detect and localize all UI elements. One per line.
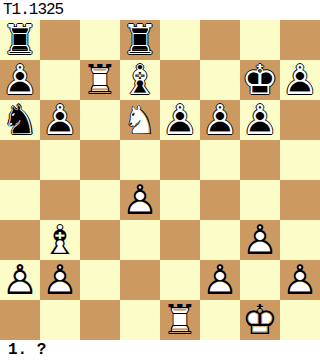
black-pawn-outline-glyph: ♙ <box>200 100 240 140</box>
square-d8[interactable]: ♜♖ <box>120 20 160 60</box>
black-rook-outline-glyph: ♖ <box>120 20 160 60</box>
piece-black-pawn[interactable]: ♟♙ <box>160 100 200 140</box>
white-pawn-outline-glyph: ♙ <box>240 220 280 260</box>
square-e3[interactable] <box>160 220 200 260</box>
square-f7[interactable] <box>200 60 240 100</box>
square-b4[interactable] <box>40 180 80 220</box>
piece-black-pawn[interactable]: ♟♙ <box>280 60 320 100</box>
piece-black-pawn[interactable]: ♟♙ <box>0 60 40 100</box>
piece-black-pawn[interactable]: ♟♙ <box>40 100 80 140</box>
white-bishop-outline-glyph: ♗ <box>40 220 80 260</box>
square-a2[interactable]: ♟♙ <box>0 260 40 300</box>
piece-black-knight[interactable]: ♞♘ <box>0 100 40 140</box>
square-g1[interactable]: ♚♔ <box>240 300 280 340</box>
square-h4[interactable] <box>280 180 320 220</box>
piece-white-pawn[interactable]: ♟♙ <box>40 260 80 300</box>
white-king-outline-glyph: ♔ <box>240 300 280 340</box>
square-c7[interactable]: ♜♖ <box>80 60 120 100</box>
square-h1[interactable] <box>280 300 320 340</box>
square-g7[interactable]: ♚♔ <box>240 60 280 100</box>
piece-black-bishop[interactable]: ♝♗ <box>120 60 160 100</box>
piece-white-knight[interactable]: ♞♘ <box>120 100 160 140</box>
square-g5[interactable] <box>240 140 280 180</box>
square-f4[interactable] <box>200 180 240 220</box>
square-a7[interactable]: ♟♙ <box>0 60 40 100</box>
square-a3[interactable] <box>0 220 40 260</box>
white-pawn-outline-glyph: ♙ <box>200 260 240 300</box>
black-pawn-outline-glyph: ♙ <box>0 60 40 100</box>
piece-white-pawn[interactable]: ♟♙ <box>200 260 240 300</box>
white-rook-outline-glyph: ♖ <box>160 300 200 340</box>
square-d2[interactable] <box>120 260 160 300</box>
black-rook-outline-glyph: ♖ <box>0 20 40 60</box>
black-pawn-outline-glyph: ♙ <box>160 100 200 140</box>
piece-black-pawn[interactable]: ♟♙ <box>200 100 240 140</box>
white-rook-outline-glyph: ♖ <box>80 60 120 100</box>
square-g3[interactable]: ♟♙ <box>240 220 280 260</box>
square-c3[interactable] <box>80 220 120 260</box>
square-c1[interactable] <box>80 300 120 340</box>
square-g2[interactable] <box>240 260 280 300</box>
piece-white-pawn[interactable]: ♟♙ <box>280 260 320 300</box>
square-d6[interactable]: ♞♘ <box>120 100 160 140</box>
square-g4[interactable] <box>240 180 280 220</box>
square-c4[interactable] <box>80 180 120 220</box>
square-g8[interactable] <box>240 20 280 60</box>
white-pawn-outline-glyph: ♙ <box>280 260 320 300</box>
piece-white-king[interactable]: ♚♔ <box>240 300 280 340</box>
square-h8[interactable] <box>280 20 320 60</box>
black-bishop-outline-glyph: ♗ <box>120 60 160 100</box>
piece-white-rook[interactable]: ♜♖ <box>160 300 200 340</box>
move-prompt: 1. ? <box>8 341 46 359</box>
square-a8[interactable]: ♜♖ <box>0 20 40 60</box>
black-pawn-outline-glyph: ♙ <box>40 100 80 140</box>
square-e2[interactable] <box>160 260 200 300</box>
square-c8[interactable] <box>80 20 120 60</box>
square-b1[interactable] <box>40 300 80 340</box>
square-f8[interactable] <box>200 20 240 60</box>
square-f5[interactable] <box>200 140 240 180</box>
white-knight-outline-glyph: ♘ <box>120 100 160 140</box>
square-a1[interactable] <box>0 300 40 340</box>
square-h6[interactable] <box>280 100 320 140</box>
piece-white-pawn[interactable]: ♟♙ <box>120 180 160 220</box>
square-e6[interactable]: ♟♙ <box>160 100 200 140</box>
square-d5[interactable] <box>120 140 160 180</box>
square-d7[interactable]: ♝♗ <box>120 60 160 100</box>
square-e8[interactable] <box>160 20 200 60</box>
square-f1[interactable] <box>200 300 240 340</box>
square-b2[interactable]: ♟♙ <box>40 260 80 300</box>
white-pawn-outline-glyph: ♙ <box>120 180 160 220</box>
piece-black-pawn[interactable]: ♟♙ <box>240 100 280 140</box>
square-e4[interactable] <box>160 180 200 220</box>
square-b8[interactable] <box>40 20 80 60</box>
black-pawn-outline-glyph: ♙ <box>280 60 320 100</box>
square-e7[interactable] <box>160 60 200 100</box>
square-a5[interactable] <box>0 140 40 180</box>
square-h7[interactable]: ♟♙ <box>280 60 320 100</box>
square-b6[interactable]: ♟♙ <box>40 100 80 140</box>
piece-black-king[interactable]: ♚♔ <box>240 60 280 100</box>
square-h3[interactable] <box>280 220 320 260</box>
title-bar: T1.1325 <box>0 0 320 20</box>
square-f3[interactable] <box>200 220 240 260</box>
black-pawn-outline-glyph: ♙ <box>240 100 280 140</box>
square-h2[interactable]: ♟♙ <box>280 260 320 300</box>
square-d4[interactable]: ♟♙ <box>120 180 160 220</box>
chess-puzzle-app: T1.1325 ♜♖♜♖♟♙♜♖♝♗♚♔♟♙♞♘♟♙♞♘♟♙♟♙♟♙♟♙♝♗♟♙… <box>0 0 320 360</box>
square-b7[interactable] <box>40 60 80 100</box>
square-g6[interactable]: ♟♙ <box>240 100 280 140</box>
square-h5[interactable] <box>280 140 320 180</box>
square-f6[interactable]: ♟♙ <box>200 100 240 140</box>
square-b3[interactable]: ♝♗ <box>40 220 80 260</box>
square-a4[interactable] <box>0 180 40 220</box>
black-knight-outline-glyph: ♘ <box>0 100 40 140</box>
square-e5[interactable] <box>160 140 200 180</box>
square-d1[interactable] <box>120 300 160 340</box>
square-f2[interactable]: ♟♙ <box>200 260 240 300</box>
square-d3[interactable] <box>120 220 160 260</box>
square-a6[interactable]: ♞♘ <box>0 100 40 140</box>
white-pawn-outline-glyph: ♙ <box>40 260 80 300</box>
piece-white-pawn[interactable]: ♟♙ <box>240 220 280 260</box>
square-c6[interactable] <box>80 100 120 140</box>
piece-black-rook[interactable]: ♜♖ <box>120 20 160 60</box>
white-pawn-outline-glyph: ♙ <box>0 260 40 300</box>
chess-board: ♜♖♜♖♟♙♜♖♝♗♚♔♟♙♞♘♟♙♞♘♟♙♟♙♟♙♟♙♝♗♟♙♟♙♟♙♟♙♟♙… <box>0 20 320 340</box>
piece-black-rook[interactable]: ♜♖ <box>0 20 40 60</box>
piece-white-bishop[interactable]: ♝♗ <box>40 220 80 260</box>
square-b5[interactable] <box>40 140 80 180</box>
square-c2[interactable] <box>80 260 120 300</box>
black-king-outline-glyph: ♔ <box>240 60 280 100</box>
piece-white-rook[interactable]: ♜♖ <box>80 60 120 100</box>
square-c5[interactable] <box>80 140 120 180</box>
piece-white-pawn[interactable]: ♟♙ <box>0 260 40 300</box>
square-e1[interactable]: ♜♖ <box>160 300 200 340</box>
